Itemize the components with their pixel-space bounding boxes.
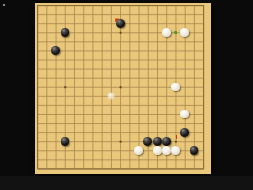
last-move-marker-icon — [115, 18, 119, 22]
control-bar: 59/67 PREVNEXTMENULIVE — [0, 176, 253, 190]
go-board[interactable] — [35, 3, 211, 175]
black-stone — [180, 128, 189, 137]
black-stone — [61, 137, 70, 146]
black-stone — [162, 137, 171, 146]
white-stone — [153, 146, 162, 155]
corner-dot — [3, 4, 5, 6]
white-stone — [162, 146, 171, 155]
black-stone — [61, 28, 70, 37]
app-screen: 59/67 PREVNEXTMENULIVE — [0, 0, 253, 190]
white-stone — [171, 83, 180, 92]
white-stone — [162, 28, 171, 37]
black-stone — [143, 137, 152, 146]
black-stone — [116, 19, 125, 28]
black-stone — [153, 137, 162, 146]
green-dot-annotation — [174, 31, 177, 34]
red-tick-annotation — [176, 135, 178, 139]
goban-grid[interactable] — [33, 1, 208, 173]
white-stone — [171, 146, 180, 155]
white-stone — [134, 146, 143, 155]
black-stone — [190, 146, 199, 155]
